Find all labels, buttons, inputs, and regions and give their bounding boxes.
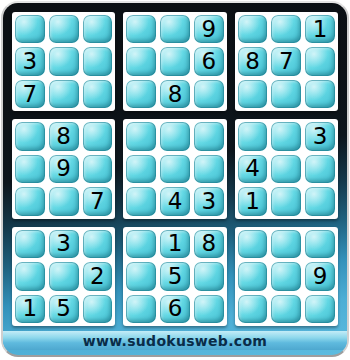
cell-r5c6[interactable]	[194, 155, 224, 183]
cell-r5c4[interactable]	[126, 155, 156, 183]
cell-r7c1[interactable]	[15, 230, 45, 258]
box-9: 9	[235, 227, 338, 326]
cell-r7c5-given[interactable]: 1	[160, 230, 190, 258]
cell-r3c3[interactable]	[83, 80, 113, 108]
cell-r3c6[interactable]	[194, 80, 224, 108]
cell-r9c6[interactable]	[194, 295, 224, 323]
cell-r6c6-given[interactable]: 3	[194, 187, 224, 215]
cell-r1c7[interactable]	[238, 15, 268, 43]
cell-r8c5-given[interactable]: 5	[160, 262, 190, 290]
cell-r2c7-given[interactable]: 8	[238, 47, 268, 75]
cell-r7c6-given[interactable]: 8	[194, 230, 224, 258]
cell-r1c4[interactable]	[126, 15, 156, 43]
cell-r5c7-given[interactable]: 4	[238, 155, 268, 183]
box-7: 3215	[12, 227, 115, 326]
cell-r2c2[interactable]	[49, 47, 79, 75]
cell-r2c1-given[interactable]: 3	[15, 47, 45, 75]
cell-r1c8[interactable]	[271, 15, 301, 43]
cell-r8c8[interactable]	[271, 262, 301, 290]
cell-r8c2[interactable]	[49, 262, 79, 290]
cell-r1c2[interactable]	[49, 15, 79, 43]
box-5: 43	[123, 119, 226, 218]
cell-r4c5[interactable]	[160, 122, 190, 150]
cell-r6c8[interactable]	[271, 187, 301, 215]
cell-r7c4[interactable]	[126, 230, 156, 258]
cell-r4c2-given[interactable]: 8	[49, 122, 79, 150]
cell-r6c5-given[interactable]: 4	[160, 187, 190, 215]
cell-r6c4[interactable]	[126, 187, 156, 215]
footer-bar: www.sudokusweb.com	[3, 331, 347, 350]
cell-r2c5[interactable]	[160, 47, 190, 75]
cell-r9c2-given[interactable]: 5	[49, 295, 79, 323]
cell-r6c9[interactable]	[305, 187, 335, 215]
cell-r2c4[interactable]	[126, 47, 156, 75]
cell-r7c8[interactable]	[271, 230, 301, 258]
cell-r9c4[interactable]	[126, 295, 156, 323]
cell-r5c5[interactable]	[160, 155, 190, 183]
sudoku-board: 3796818789743341321518569	[12, 12, 338, 326]
cell-r8c6[interactable]	[194, 262, 224, 290]
cell-r8c7[interactable]	[238, 262, 268, 290]
cell-r1c1[interactable]	[15, 15, 45, 43]
cell-r4c1[interactable]	[15, 122, 45, 150]
cell-r2c9[interactable]	[305, 47, 335, 75]
cell-r3c4[interactable]	[126, 80, 156, 108]
cell-r3c9[interactable]	[305, 80, 335, 108]
cell-r5c2-given[interactable]: 9	[49, 155, 79, 183]
cell-r5c3[interactable]	[83, 155, 113, 183]
cell-r3c7[interactable]	[238, 80, 268, 108]
board-frame: 3796818789743341321518569 www.sudokusweb…	[1, 1, 349, 357]
cell-r3c5-given[interactable]: 8	[160, 80, 190, 108]
cell-r1c9-given[interactable]: 1	[305, 15, 335, 43]
cell-r7c2-given[interactable]: 3	[49, 230, 79, 258]
cell-r9c9[interactable]	[305, 295, 335, 323]
cell-r7c9[interactable]	[305, 230, 335, 258]
cell-r9c1-given[interactable]: 1	[15, 295, 45, 323]
cell-r9c8[interactable]	[271, 295, 301, 323]
cell-r5c8[interactable]	[271, 155, 301, 183]
cell-r6c3-given[interactable]: 7	[83, 187, 113, 215]
cell-r8c4[interactable]	[126, 262, 156, 290]
cell-r7c7[interactable]	[238, 230, 268, 258]
cell-r8c1[interactable]	[15, 262, 45, 290]
cell-r2c8-given[interactable]: 7	[271, 47, 301, 75]
site-url[interactable]: www.sudokusweb.com	[83, 333, 267, 349]
cell-r4c4[interactable]	[126, 122, 156, 150]
cell-r4c6[interactable]	[194, 122, 224, 150]
cell-r3c2[interactable]	[49, 80, 79, 108]
cell-r6c7-given[interactable]: 1	[238, 187, 268, 215]
cell-r1c6-given[interactable]: 9	[194, 15, 224, 43]
cell-r4c9-given[interactable]: 3	[305, 122, 335, 150]
box-1: 37	[12, 12, 115, 111]
cell-r2c3[interactable]	[83, 47, 113, 75]
cell-r4c8[interactable]	[271, 122, 301, 150]
cell-r8c3-given[interactable]: 2	[83, 262, 113, 290]
box-8: 1856	[123, 227, 226, 326]
cell-r7c3[interactable]	[83, 230, 113, 258]
cell-r6c2[interactable]	[49, 187, 79, 215]
box-6: 341	[235, 119, 338, 218]
cell-r8c9-given[interactable]: 9	[305, 262, 335, 290]
cell-r5c9[interactable]	[305, 155, 335, 183]
cell-r2c6-given[interactable]: 6	[194, 47, 224, 75]
cell-r9c5-given[interactable]: 6	[160, 295, 190, 323]
box-4: 897	[12, 119, 115, 218]
cell-r3c1-given[interactable]: 7	[15, 80, 45, 108]
sudoku-page: 3796818789743341321518569 www.sudokusweb…	[0, 0, 350, 360]
cell-r1c5[interactable]	[160, 15, 190, 43]
box-2: 968	[123, 12, 226, 111]
cell-r9c7[interactable]	[238, 295, 268, 323]
cell-r5c1[interactable]	[15, 155, 45, 183]
box-3: 187	[235, 12, 338, 111]
cell-r3c8[interactable]	[271, 80, 301, 108]
cell-r9c3[interactable]	[83, 295, 113, 323]
cell-r1c3[interactable]	[83, 15, 113, 43]
cell-r4c7[interactable]	[238, 122, 268, 150]
cell-r6c1[interactable]	[15, 187, 45, 215]
cell-r4c3[interactable]	[83, 122, 113, 150]
